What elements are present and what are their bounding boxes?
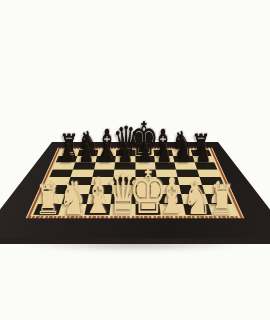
chess-set-photo: ♜♞♝♛♚♝♞♜♟♟♟♟♟♟♟♟♟♟♟♟♟♟♟♟♜♞♝♛♚♝♞♜ (0, 0, 270, 320)
piece-black-pawn-h7: ♟ (195, 142, 211, 167)
pieces-layer: ♜♞♝♛♚♝♞♜♟♟♟♟♟♟♟♟♟♟♟♟♟♟♟♟♜♞♝♛♚♝♞♜ (0, 0, 270, 320)
piece-white-rook-a1: ♜ (35, 180, 61, 220)
piece-white-rook-h1: ♜ (209, 180, 235, 220)
piece-black-pawn-b7: ♟ (78, 142, 94, 167)
piece-black-pawn-a7: ♟ (59, 142, 75, 167)
piece-black-pawn-g7: ♟ (176, 142, 192, 167)
piece-white-knight-g1: ♞ (183, 175, 212, 221)
